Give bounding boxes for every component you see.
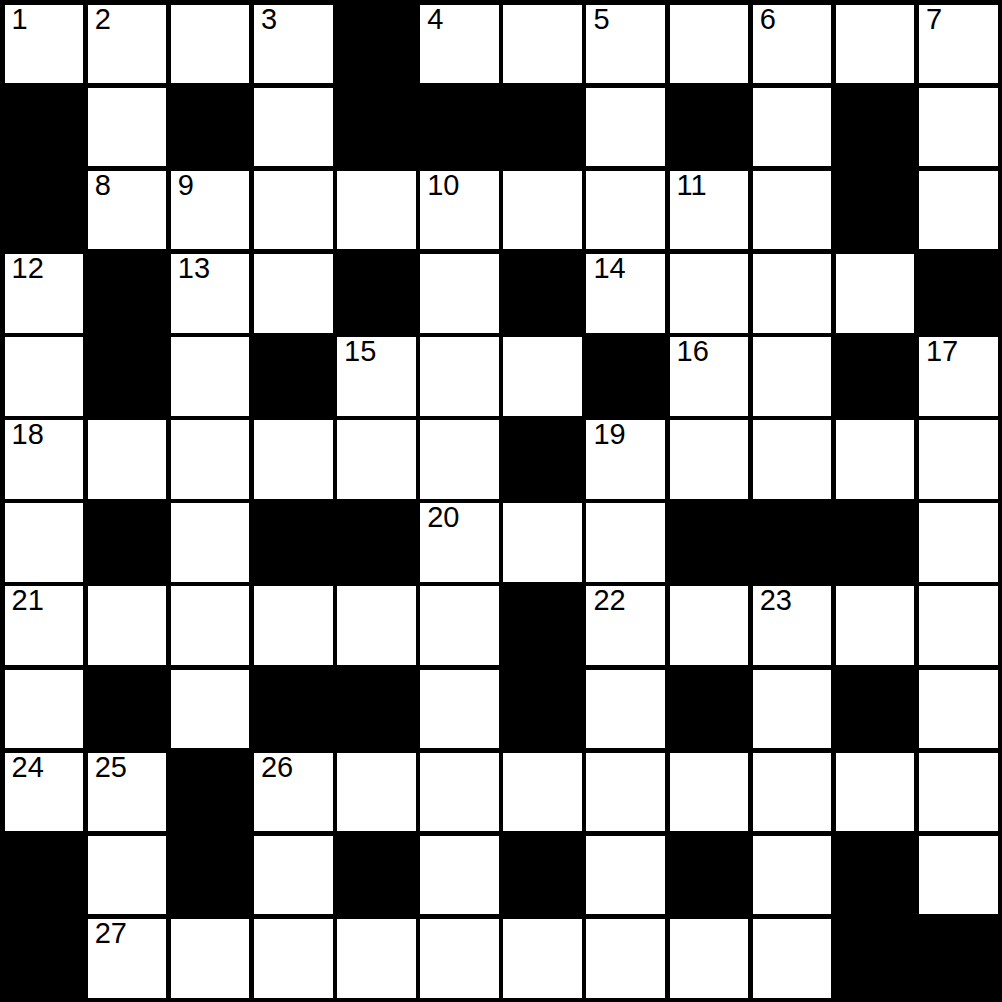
white-cell-r9c0[interactable]: 24 (5, 753, 84, 832)
black-cell-r1c5 (420, 88, 499, 167)
clue-number-3: 3 (261, 5, 277, 34)
white-cell-r4c11[interactable]: 17 (919, 337, 998, 416)
clue-number-25: 25 (95, 753, 127, 782)
black-cell-r8c10 (836, 670, 915, 749)
white-cell-r2c8[interactable]: 11 (670, 171, 749, 250)
white-cell-r8c2[interactable] (171, 670, 250, 749)
clue-number-2: 2 (95, 5, 111, 34)
white-cell-r5c11[interactable] (919, 420, 998, 499)
black-cell-r6c8 (670, 503, 749, 582)
white-cell-r11c6[interactable] (503, 919, 582, 998)
white-cell-r6c6[interactable] (503, 503, 582, 582)
white-cell-r0c5[interactable]: 4 (420, 5, 499, 84)
black-cell-r10c0 (5, 836, 84, 915)
white-cell-r6c7[interactable] (586, 503, 665, 582)
clue-number-4: 4 (427, 5, 443, 34)
white-cell-r11c2[interactable] (171, 919, 250, 998)
white-cell-r11c1[interactable]: 27 (88, 919, 167, 998)
white-cell-r5c10[interactable] (836, 420, 915, 499)
black-cell-r3c11 (919, 254, 998, 333)
white-cell-r0c0[interactable]: 1 (5, 5, 84, 84)
white-cell-r7c1[interactable] (88, 586, 167, 665)
white-cell-r0c3[interactable]: 3 (254, 5, 333, 84)
white-cell-r0c9[interactable]: 6 (753, 5, 832, 84)
clue-number-26: 26 (261, 753, 293, 782)
white-cell-r5c2[interactable] (171, 420, 250, 499)
black-cell-r10c10 (836, 836, 915, 915)
black-cell-r11c0 (5, 919, 84, 998)
white-cell-r4c6[interactable] (503, 337, 582, 416)
white-cell-r5c5[interactable] (420, 420, 499, 499)
clue-number-19: 19 (593, 420, 625, 449)
clue-number-23: 23 (760, 586, 792, 615)
white-cell-r3c2[interactable]: 13 (171, 254, 250, 333)
clue-number-13: 13 (178, 254, 210, 283)
white-cell-r4c0[interactable] (5, 337, 84, 416)
black-cell-r1c10 (836, 88, 915, 167)
white-cell-r8c9[interactable] (753, 670, 832, 749)
black-cell-r10c6 (503, 836, 582, 915)
white-cell-r0c7[interactable]: 5 (586, 5, 665, 84)
white-cell-r2c2[interactable]: 9 (171, 171, 250, 250)
black-cell-r1c8 (670, 88, 749, 167)
white-cell-r2c11[interactable] (919, 171, 998, 250)
white-cell-r0c2[interactable] (171, 5, 250, 84)
clue-number-11: 11 (677, 171, 707, 200)
white-cell-r4c8[interactable]: 16 (670, 337, 749, 416)
white-cell-r5c4[interactable] (337, 420, 416, 499)
white-cell-r5c7[interactable]: 19 (586, 420, 665, 499)
white-cell-r6c11[interactable] (919, 503, 998, 582)
black-cell-r11c10 (836, 919, 915, 998)
white-cell-r11c3[interactable] (254, 919, 333, 998)
white-cell-r1c7[interactable] (586, 88, 665, 167)
white-cell-r2c5[interactable]: 10 (420, 171, 499, 250)
clue-number-9: 9 (178, 171, 194, 200)
white-cell-r9c9[interactable] (753, 753, 832, 832)
white-cell-r8c5[interactable] (420, 670, 499, 749)
clue-number-15: 15 (344, 337, 376, 366)
black-cell-r0c4 (337, 5, 416, 84)
white-cell-r5c8[interactable] (670, 420, 749, 499)
black-cell-r4c7 (586, 337, 665, 416)
clue-number-1: 1 (12, 5, 28, 34)
black-cell-r6c1 (88, 503, 167, 582)
black-cell-r8c6 (503, 670, 582, 749)
black-cell-r7c6 (503, 586, 582, 665)
white-cell-r10c9[interactable] (753, 836, 832, 915)
white-cell-r10c7[interactable] (586, 836, 665, 915)
white-cell-r11c8[interactable] (670, 919, 749, 998)
white-cell-r9c6[interactable] (503, 753, 582, 832)
white-cell-r7c5[interactable] (420, 586, 499, 665)
clue-number-20: 20 (427, 503, 459, 532)
crossword-grid: 1234567891011121314151617181920212223242… (0, 0, 1002, 1002)
clue-number-6: 6 (760, 5, 776, 34)
black-cell-r6c9 (753, 503, 832, 582)
clue-number-10: 10 (427, 171, 459, 200)
white-cell-r3c9[interactable] (753, 254, 832, 333)
white-cell-r7c10[interactable] (836, 586, 915, 665)
white-cell-r5c3[interactable] (254, 420, 333, 499)
clue-number-22: 22 (593, 586, 625, 615)
white-cell-r11c5[interactable] (420, 919, 499, 998)
clue-number-27: 27 (95, 919, 127, 948)
white-cell-r7c2[interactable] (171, 586, 250, 665)
white-cell-r1c11[interactable] (919, 88, 998, 167)
clue-number-8: 8 (95, 171, 111, 200)
clue-number-5: 5 (593, 5, 609, 34)
white-cell-r2c3[interactable] (254, 171, 333, 250)
white-cell-r0c6[interactable] (503, 5, 582, 84)
white-cell-r10c5[interactable] (420, 836, 499, 915)
white-cell-r9c7[interactable] (586, 753, 665, 832)
white-cell-r8c7[interactable] (586, 670, 665, 749)
white-cell-r10c11[interactable] (919, 836, 998, 915)
white-cell-r3c5[interactable] (420, 254, 499, 333)
black-cell-r8c8 (670, 670, 749, 749)
white-cell-r4c4[interactable]: 15 (337, 337, 416, 416)
black-cell-r11c11 (919, 919, 998, 998)
clue-number-16: 16 (677, 337, 709, 366)
clue-number-7: 7 (926, 5, 942, 34)
black-cell-r3c1 (88, 254, 167, 333)
black-cell-r1c4 (337, 88, 416, 167)
black-cell-r8c3 (254, 670, 333, 749)
black-cell-r4c1 (88, 337, 167, 416)
white-cell-r3c10[interactable] (836, 254, 915, 333)
white-cell-r11c4[interactable] (337, 919, 416, 998)
white-cell-r7c0[interactable]: 21 (5, 586, 84, 665)
white-cell-r9c5[interactable] (420, 753, 499, 832)
clue-number-12: 12 (12, 254, 44, 283)
black-cell-r10c8 (670, 836, 749, 915)
black-cell-r10c4 (337, 836, 416, 915)
white-cell-r9c11[interactable] (919, 753, 998, 832)
black-cell-r1c0 (5, 88, 84, 167)
white-cell-r6c5[interactable]: 20 (420, 503, 499, 582)
black-cell-r4c10 (836, 337, 915, 416)
white-cell-r9c4[interactable] (337, 753, 416, 832)
black-cell-r6c4 (337, 503, 416, 582)
black-cell-r10c2 (171, 836, 250, 915)
white-cell-r8c0[interactable] (5, 670, 84, 749)
white-cell-r4c5[interactable] (420, 337, 499, 416)
white-cell-r10c3[interactable] (254, 836, 333, 915)
white-cell-r5c0[interactable]: 18 (5, 420, 84, 499)
white-cell-r1c1[interactable] (88, 88, 167, 167)
white-cell-r7c8[interactable] (670, 586, 749, 665)
white-cell-r9c8[interactable] (670, 753, 749, 832)
white-cell-r4c2[interactable] (171, 337, 250, 416)
black-cell-r9c2 (171, 753, 250, 832)
white-cell-r7c3[interactable] (254, 586, 333, 665)
white-cell-r4c9[interactable] (753, 337, 832, 416)
white-cell-r2c1[interactable]: 8 (88, 171, 167, 250)
white-cell-r11c7[interactable] (586, 919, 665, 998)
white-cell-r0c1[interactable]: 2 (88, 5, 167, 84)
black-cell-r8c1 (88, 670, 167, 749)
black-cell-r2c0 (5, 171, 84, 250)
white-cell-r7c9[interactable]: 23 (753, 586, 832, 665)
white-cell-r8c11[interactable] (919, 670, 998, 749)
white-cell-r0c11[interactable]: 7 (919, 5, 998, 84)
white-cell-r3c0[interactable]: 12 (5, 254, 84, 333)
white-cell-r9c3[interactable]: 26 (254, 753, 333, 832)
black-cell-r8c4 (337, 670, 416, 749)
black-cell-r1c2 (171, 88, 250, 167)
white-cell-r9c1[interactable]: 25 (88, 753, 167, 832)
white-cell-r1c3[interactable] (254, 88, 333, 167)
white-cell-r0c8[interactable] (670, 5, 749, 84)
black-cell-r1c6 (503, 88, 582, 167)
white-cell-r7c4[interactable] (337, 586, 416, 665)
white-cell-r2c6[interactable] (503, 171, 582, 250)
white-cell-r3c3[interactable] (254, 254, 333, 333)
white-cell-r0c10[interactable] (836, 5, 915, 84)
clue-number-24: 24 (12, 753, 44, 782)
white-cell-r10c1[interactable] (88, 836, 167, 915)
clue-number-18: 18 (12, 420, 44, 449)
clue-number-14: 14 (593, 254, 625, 283)
black-cell-r3c4 (337, 254, 416, 333)
white-cell-r3c7[interactable]: 14 (586, 254, 665, 333)
white-cell-r2c9[interactable] (753, 171, 832, 250)
white-cell-r5c9[interactable] (753, 420, 832, 499)
black-cell-r4c3 (254, 337, 333, 416)
black-cell-r6c10 (836, 503, 915, 582)
white-cell-r3c8[interactable] (670, 254, 749, 333)
black-cell-r5c6 (503, 420, 582, 499)
black-cell-r2c10 (836, 171, 915, 250)
black-cell-r3c6 (503, 254, 582, 333)
white-cell-r5c1[interactable] (88, 420, 167, 499)
white-cell-r2c4[interactable] (337, 171, 416, 250)
white-cell-r6c0[interactable] (5, 503, 84, 582)
white-cell-r6c2[interactable] (171, 503, 250, 582)
white-cell-r11c9[interactable] (753, 919, 832, 998)
black-cell-r6c3 (254, 503, 333, 582)
white-cell-r7c7[interactable]: 22 (586, 586, 665, 665)
white-cell-r9c10[interactable] (836, 753, 915, 832)
white-cell-r1c9[interactable] (753, 88, 832, 167)
clue-number-21: 21 (12, 586, 44, 615)
white-cell-r2c7[interactable] (586, 171, 665, 250)
white-cell-r7c11[interactable] (919, 586, 998, 665)
clue-number-17: 17 (926, 337, 958, 366)
